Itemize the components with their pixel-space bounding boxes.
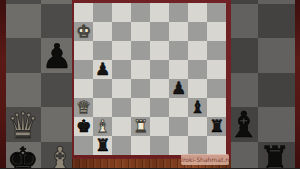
square-h3[interactable] — [207, 98, 226, 117]
backdrop-square — [6, 4, 41, 39]
backdrop-square — [41, 73, 73, 108]
square-f5[interactable] — [169, 60, 188, 79]
square-h5[interactable] — [207, 60, 226, 79]
black-rook[interactable]: ♜ — [207, 117, 226, 136]
square-a5[interactable] — [74, 60, 93, 79]
chess-video-panel: ♚♟♟♛♝♚♝♜♜♜ Uroki-Shahmat.ru — [72, 0, 231, 168]
square-d3[interactable] — [131, 98, 150, 117]
square-c6[interactable] — [112, 41, 131, 60]
square-d5[interactable] — [131, 60, 150, 79]
backdrop-square — [258, 38, 295, 73]
black-king[interactable]: ♚ — [74, 117, 93, 136]
square-f8[interactable] — [169, 3, 188, 22]
black-pawn[interactable]: ♟ — [169, 79, 188, 98]
square-e8[interactable] — [150, 3, 169, 22]
square-d2[interactable]: ♜ — [131, 117, 150, 136]
square-b1[interactable]: ♜ — [93, 136, 112, 155]
backdrop-square — [258, 107, 295, 142]
square-c8[interactable] — [112, 3, 131, 22]
square-d7[interactable] — [131, 22, 150, 41]
backdrop-black-rook: ♜ — [259, 142, 291, 168]
square-d8[interactable] — [131, 3, 150, 22]
backdrop-square — [231, 73, 259, 108]
square-a6[interactable] — [74, 41, 93, 60]
square-h8[interactable] — [207, 3, 226, 22]
square-f3[interactable] — [169, 98, 188, 117]
square-c1[interactable] — [112, 136, 131, 155]
square-e1[interactable] — [150, 136, 169, 155]
black-pawn[interactable]: ♟ — [93, 60, 112, 79]
square-e3[interactable] — [150, 98, 169, 117]
square-f6[interactable] — [169, 41, 188, 60]
backdrop-square — [231, 4, 259, 39]
square-c7[interactable] — [112, 22, 131, 41]
square-g8[interactable] — [188, 3, 207, 22]
backdrop-white-bishop: ♝ — [45, 142, 75, 168]
square-e2[interactable] — [150, 117, 169, 136]
square-d1[interactable] — [131, 136, 150, 155]
backdrop-square — [258, 4, 295, 39]
video-frame: ♚♟♟♛♝♚♝♜♜♜ Uroki-Shahmat.ru ♟♛♚♝♝♜ — [0, 0, 300, 168]
square-b4[interactable] — [93, 79, 112, 98]
square-a3[interactable]: ♛ — [74, 98, 93, 117]
square-c5[interactable] — [112, 60, 131, 79]
white-king[interactable]: ♚ — [74, 22, 93, 41]
square-g5[interactable] — [188, 60, 207, 79]
square-g7[interactable] — [188, 22, 207, 41]
square-e5[interactable] — [150, 60, 169, 79]
square-f7[interactable] — [169, 22, 188, 41]
square-e7[interactable] — [150, 22, 169, 41]
square-g1[interactable] — [188, 136, 207, 155]
square-b3[interactable] — [93, 98, 112, 117]
square-g6[interactable] — [188, 41, 207, 60]
square-f2[interactable] — [169, 117, 188, 136]
square-h6[interactable] — [207, 41, 226, 60]
backdrop-black-king: ♚ — [7, 143, 39, 168]
square-h4[interactable] — [207, 79, 226, 98]
square-d6[interactable] — [131, 41, 150, 60]
chess-board[interactable]: ♚♟♟♛♝♚♝♜♜♜ — [74, 3, 226, 155]
square-g2[interactable] — [188, 117, 207, 136]
square-a1[interactable] — [74, 136, 93, 155]
square-g4[interactable] — [188, 79, 207, 98]
square-f1[interactable] — [169, 136, 188, 155]
white-queen[interactable]: ♛ — [74, 98, 93, 117]
white-rook[interactable]: ♜ — [131, 117, 150, 136]
square-e6[interactable] — [150, 41, 169, 60]
backdrop-square — [6, 73, 41, 108]
square-d4[interactable] — [131, 79, 150, 98]
square-f4[interactable]: ♟ — [169, 79, 188, 98]
square-a4[interactable] — [74, 79, 93, 98]
square-h7[interactable] — [207, 22, 226, 41]
square-b7[interactable] — [93, 22, 112, 41]
square-h2[interactable]: ♜ — [207, 117, 226, 136]
backdrop-right-frame-strip — [295, 0, 300, 168]
square-e4[interactable] — [150, 79, 169, 98]
square-a7[interactable]: ♚ — [74, 22, 93, 41]
backdrop-square — [231, 142, 259, 169]
watermark: Uroki-Shahmat.ru — [181, 154, 229, 165]
backdrop-square — [231, 38, 259, 73]
square-b6[interactable] — [93, 41, 112, 60]
square-c2[interactable] — [112, 117, 131, 136]
backdrop-square — [6, 38, 41, 73]
backdrop-square — [41, 107, 73, 142]
backdrop-black-pawn: ♟ — [42, 39, 72, 73]
backdrop-square — [41, 4, 73, 39]
square-c4[interactable] — [112, 79, 131, 98]
backdrop-square — [258, 73, 295, 108]
square-h1[interactable] — [207, 136, 226, 155]
square-a2[interactable]: ♚ — [74, 117, 93, 136]
backdrop-black-bishop: ♝ — [228, 107, 260, 143]
square-b2[interactable]: ♝ — [93, 117, 112, 136]
white-bishop[interactable]: ♝ — [93, 117, 112, 136]
square-b5[interactable]: ♟ — [93, 60, 112, 79]
black-rook[interactable]: ♜ — [93, 136, 112, 155]
black-bishop[interactable]: ♝ — [188, 98, 207, 117]
square-g3[interactable]: ♝ — [188, 98, 207, 117]
square-a8[interactable] — [74, 3, 93, 22]
square-b8[interactable] — [93, 3, 112, 22]
backdrop-white-queen: ♛ — [7, 108, 39, 144]
square-c3[interactable] — [112, 98, 131, 117]
